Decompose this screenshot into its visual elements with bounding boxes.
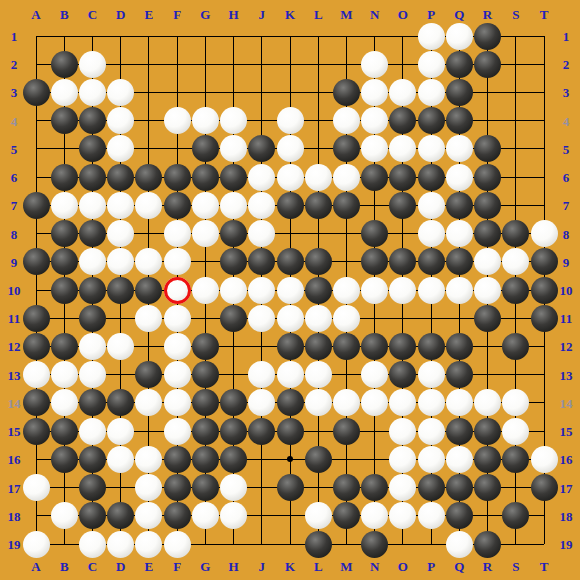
stone-white[interactable] — [531, 446, 558, 473]
stone-black[interactable] — [531, 305, 558, 332]
stone-white[interactable] — [164, 418, 191, 445]
stone-white[interactable] — [418, 135, 445, 162]
stone-black[interactable] — [277, 333, 304, 360]
row-label-right: 6 — [563, 171, 570, 184]
col-label-bottom: E — [145, 560, 154, 573]
stone-white[interactable] — [418, 51, 445, 78]
col-label-bottom: A — [31, 560, 40, 573]
stone-black[interactable] — [23, 389, 50, 416]
stone-white[interactable] — [192, 192, 219, 219]
row-label-right: 1 — [563, 30, 570, 43]
stone-black[interactable] — [446, 107, 473, 134]
col-label-bottom: J — [259, 560, 266, 573]
col-label-bottom: L — [314, 560, 323, 573]
stone-black[interactable] — [79, 474, 106, 501]
stone-white[interactable] — [192, 107, 219, 134]
stone-black[interactable] — [192, 164, 219, 191]
stone-black[interactable] — [474, 220, 501, 247]
stone-white[interactable] — [277, 361, 304, 388]
col-label-bottom: G — [200, 560, 210, 573]
row-label-right: 11 — [560, 312, 572, 325]
col-label-top: G — [200, 8, 210, 21]
row-label-left: 7 — [11, 199, 18, 212]
stone-white[interactable] — [277, 135, 304, 162]
row-label-left: 9 — [11, 255, 18, 268]
stone-white[interactable] — [107, 220, 134, 247]
row-label-left: 14 — [8, 396, 21, 409]
row-label-right: 18 — [560, 509, 573, 522]
stone-black[interactable] — [446, 474, 473, 501]
stone-white[interactable] — [248, 277, 275, 304]
col-label-top: D — [116, 8, 125, 21]
stone-black[interactable] — [474, 192, 501, 219]
stone-white[interactable] — [446, 277, 473, 304]
stone-black[interactable] — [333, 502, 360, 529]
stone-white[interactable] — [248, 305, 275, 332]
stone-white[interactable] — [51, 192, 78, 219]
col-label-bottom: N — [370, 560, 379, 573]
stone-white[interactable] — [361, 79, 388, 106]
row-label-right: 10 — [560, 284, 573, 297]
stone-black[interactable] — [474, 305, 501, 332]
stone-white[interactable] — [418, 418, 445, 445]
stone-white[interactable] — [135, 446, 162, 473]
row-label-left: 5 — [11, 142, 18, 155]
stone-black[interactable] — [446, 418, 473, 445]
stone-white[interactable] — [305, 502, 332, 529]
col-label-bottom: K — [285, 560, 295, 573]
stone-black[interactable] — [418, 164, 445, 191]
stone-black[interactable] — [220, 305, 247, 332]
stone-white[interactable] — [79, 333, 106, 360]
stone-white[interactable] — [107, 79, 134, 106]
row-label-left: 1 — [11, 30, 18, 43]
stone-black[interactable] — [79, 220, 106, 247]
stone-white[interactable] — [164, 248, 191, 275]
row-label-right: 3 — [563, 86, 570, 99]
stone-white[interactable] — [23, 361, 50, 388]
stone-white[interactable] — [418, 220, 445, 247]
stone-white[interactable] — [79, 51, 106, 78]
stone-white[interactable] — [135, 305, 162, 332]
col-label-bottom: B — [60, 560, 69, 573]
stone-black[interactable] — [220, 220, 247, 247]
col-label-top: C — [88, 8, 97, 21]
col-label-bottom: R — [483, 560, 492, 573]
stone-black[interactable] — [333, 333, 360, 360]
stone-black[interactable] — [192, 446, 219, 473]
stone-black[interactable] — [220, 418, 247, 445]
stone-black[interactable] — [192, 389, 219, 416]
stone-black[interactable] — [51, 220, 78, 247]
row-label-left: 15 — [8, 425, 21, 438]
stone-black[interactable] — [164, 474, 191, 501]
stone-black[interactable] — [192, 361, 219, 388]
stone-black[interactable] — [305, 192, 332, 219]
row-label-right: 12 — [560, 340, 573, 353]
col-label-top: J — [259, 8, 266, 21]
stone-white[interactable] — [51, 502, 78, 529]
stone-black[interactable] — [474, 446, 501, 473]
stone-black[interactable] — [502, 333, 529, 360]
stone-black[interactable] — [51, 446, 78, 473]
stone-black[interactable] — [192, 135, 219, 162]
stone-white[interactable] — [79, 361, 106, 388]
row-label-right: 7 — [563, 199, 570, 212]
stone-white[interactable] — [418, 23, 445, 50]
col-label-top: O — [398, 8, 408, 21]
stone-white[interactable] — [248, 192, 275, 219]
stone-white[interactable] — [248, 164, 275, 191]
stone-black[interactable] — [418, 248, 445, 275]
stone-white[interactable] — [220, 277, 247, 304]
stone-black[interactable] — [79, 502, 106, 529]
stone-black[interactable] — [446, 51, 473, 78]
stone-white[interactable] — [531, 220, 558, 247]
stone-white[interactable] — [305, 305, 332, 332]
col-label-top: P — [427, 8, 435, 21]
stone-white[interactable] — [277, 107, 304, 134]
stone-black[interactable] — [446, 192, 473, 219]
stone-white[interactable] — [446, 446, 473, 473]
stone-white[interactable] — [220, 192, 247, 219]
stone-black[interactable] — [23, 305, 50, 332]
stone-white[interactable] — [389, 418, 416, 445]
stone-white[interactable] — [446, 164, 473, 191]
stone-black[interactable] — [305, 248, 332, 275]
stone-black[interactable] — [418, 474, 445, 501]
stone-black[interactable] — [164, 192, 191, 219]
col-label-top: K — [285, 8, 295, 21]
stone-white[interactable] — [277, 305, 304, 332]
stone-white[interactable] — [164, 361, 191, 388]
stone-black[interactable] — [192, 418, 219, 445]
stone-black[interactable] — [361, 220, 388, 247]
stone-black[interactable] — [446, 79, 473, 106]
row-label-left: 8 — [11, 227, 18, 240]
stone-black[interactable] — [418, 333, 445, 360]
stone-black[interactable] — [277, 192, 304, 219]
stone-black[interactable] — [446, 248, 473, 275]
col-label-top: L — [314, 8, 323, 21]
stone-black[interactable] — [474, 164, 501, 191]
stone-black[interactable] — [502, 277, 529, 304]
stone-black[interactable] — [305, 277, 332, 304]
col-label-top: M — [340, 8, 352, 21]
stone-white[interactable] — [23, 474, 50, 501]
stone-white[interactable] — [389, 446, 416, 473]
stone-black[interactable] — [79, 305, 106, 332]
stone-black[interactable] — [305, 531, 332, 558]
stone-black[interactable] — [79, 164, 106, 191]
stone-white[interactable] — [164, 107, 191, 134]
stone-white[interactable] — [192, 277, 219, 304]
stone-black[interactable] — [389, 164, 416, 191]
stone-white[interactable] — [79, 531, 106, 558]
stone-black[interactable] — [361, 164, 388, 191]
stone-white[interactable] — [389, 277, 416, 304]
row-label-right: 14 — [560, 396, 573, 409]
stone-white[interactable] — [107, 418, 134, 445]
stone-black[interactable] — [23, 248, 50, 275]
stone-black[interactable] — [333, 474, 360, 501]
stone-black[interactable] — [23, 192, 50, 219]
stone-black[interactable] — [531, 248, 558, 275]
stone-black[interactable] — [446, 333, 473, 360]
col-label-top: S — [512, 8, 519, 21]
stone-white[interactable] — [23, 531, 50, 558]
stone-black[interactable] — [305, 446, 332, 473]
stone-black[interactable] — [418, 107, 445, 134]
stone-black[interactable] — [220, 164, 247, 191]
col-label-bottom: Q — [454, 560, 464, 573]
stone-white[interactable] — [418, 361, 445, 388]
col-label-top: R — [483, 8, 492, 21]
stone-black[interactable] — [531, 277, 558, 304]
stone-black[interactable] — [361, 333, 388, 360]
stone-black[interactable] — [51, 107, 78, 134]
row-label-right: 8 — [563, 227, 570, 240]
col-label-top: N — [370, 8, 379, 21]
col-label-top: B — [60, 8, 69, 21]
stone-white[interactable] — [107, 531, 134, 558]
stone-black[interactable] — [389, 192, 416, 219]
stone-white[interactable] — [418, 446, 445, 473]
stone-black[interactable] — [192, 333, 219, 360]
stone-white[interactable] — [79, 418, 106, 445]
stone-white[interactable] — [333, 277, 360, 304]
row-label-right: 9 — [563, 255, 570, 268]
row-label-left: 18 — [8, 509, 21, 522]
stone-white[interactable] — [51, 361, 78, 388]
stone-white[interactable] — [135, 192, 162, 219]
col-label-top: T — [540, 8, 549, 21]
stone-black[interactable] — [135, 277, 162, 304]
stone-white[interactable] — [446, 389, 473, 416]
last-move-marker — [164, 277, 191, 304]
stone-white[interactable] — [107, 446, 134, 473]
col-label-top: H — [228, 8, 238, 21]
stone-black[interactable] — [23, 333, 50, 360]
stone-black[interactable] — [164, 502, 191, 529]
stone-black[interactable] — [51, 164, 78, 191]
stone-black[interactable] — [107, 164, 134, 191]
row-label-left: 17 — [8, 481, 21, 494]
stone-black[interactable] — [79, 107, 106, 134]
stone-white[interactable] — [305, 164, 332, 191]
stone-black[interactable] — [474, 474, 501, 501]
row-label-left: 11 — [8, 312, 20, 325]
stone-black[interactable] — [277, 418, 304, 445]
row-label-right: 19 — [560, 538, 573, 551]
col-label-bottom: D — [116, 560, 125, 573]
stone-white[interactable] — [277, 164, 304, 191]
stone-black[interactable] — [164, 164, 191, 191]
stone-white[interactable] — [474, 277, 501, 304]
stone-black[interactable] — [135, 164, 162, 191]
stone-white[interactable] — [164, 305, 191, 332]
stone-black[interactable] — [51, 333, 78, 360]
stone-black[interactable] — [248, 418, 275, 445]
stone-black[interactable] — [474, 51, 501, 78]
stone-black[interactable] — [79, 277, 106, 304]
stone-black[interactable] — [164, 446, 191, 473]
stone-black[interactable] — [333, 418, 360, 445]
stone-white[interactable] — [361, 277, 388, 304]
stone-black[interactable] — [277, 248, 304, 275]
row-label-right: 4 — [563, 114, 570, 127]
col-label-bottom: O — [398, 560, 408, 573]
stone-black[interactable] — [107, 277, 134, 304]
stone-black[interactable] — [531, 474, 558, 501]
stone-black[interactable] — [502, 446, 529, 473]
stone-black[interactable] — [51, 51, 78, 78]
stone-white[interactable] — [164, 531, 191, 558]
row-label-left: 4 — [11, 114, 18, 127]
stone-black[interactable] — [474, 418, 501, 445]
stone-white[interactable] — [305, 389, 332, 416]
stone-black[interactable] — [361, 474, 388, 501]
row-label-right: 13 — [560, 368, 573, 381]
go-board[interactable]: AABBCCDDEEFFGGHHJJKKLLMMNNOOPPQQRRSSTT11… — [0, 0, 580, 580]
stone-white[interactable] — [446, 23, 473, 50]
col-label-top: A — [31, 8, 40, 21]
stone-white[interactable] — [51, 79, 78, 106]
col-label-bottom: P — [427, 560, 435, 573]
stone-white[interactable] — [277, 277, 304, 304]
row-label-left: 13 — [8, 368, 21, 381]
stone-black[interactable] — [333, 79, 360, 106]
stone-white[interactable] — [502, 418, 529, 445]
row-label-left: 6 — [11, 171, 18, 184]
row-label-left: 19 — [8, 538, 21, 551]
stone-white[interactable] — [418, 192, 445, 219]
row-label-left: 10 — [8, 284, 21, 297]
stone-white[interactable] — [333, 305, 360, 332]
stone-white[interactable] — [446, 531, 473, 558]
row-label-right: 16 — [560, 453, 573, 466]
col-label-bottom: H — [228, 560, 238, 573]
stone-black[interactable] — [333, 192, 360, 219]
stone-white[interactable] — [446, 135, 473, 162]
stone-black[interactable] — [277, 389, 304, 416]
stone-black[interactable] — [220, 446, 247, 473]
stone-white[interactable] — [418, 79, 445, 106]
stone-black[interactable] — [23, 418, 50, 445]
stone-white[interactable] — [418, 502, 445, 529]
row-label-left: 2 — [11, 58, 18, 71]
row-label-left: 3 — [11, 86, 18, 99]
col-label-bottom: T — [540, 560, 549, 573]
stone-white[interactable] — [361, 51, 388, 78]
stone-black[interactable] — [446, 361, 473, 388]
stone-white[interactable] — [446, 220, 473, 247]
col-label-bottom: M — [340, 560, 352, 573]
row-label-right: 5 — [563, 142, 570, 155]
stone-white[interactable] — [192, 502, 219, 529]
stone-white[interactable] — [107, 333, 134, 360]
col-label-top: E — [145, 8, 154, 21]
col-label-bottom: C — [88, 560, 97, 573]
row-label-left: 12 — [8, 340, 21, 353]
stone-black[interactable] — [79, 446, 106, 473]
stone-white[interactable] — [164, 333, 191, 360]
stone-black[interactable] — [51, 248, 78, 275]
stone-white[interactable] — [333, 164, 360, 191]
stone-black[interactable] — [361, 531, 388, 558]
stone-black[interactable] — [51, 418, 78, 445]
row-label-right: 15 — [560, 425, 573, 438]
stone-black[interactable] — [446, 502, 473, 529]
stone-white[interactable] — [107, 192, 134, 219]
stone-white[interactable] — [164, 220, 191, 247]
col-label-bottom: S — [512, 560, 519, 573]
stone-black[interactable] — [474, 531, 501, 558]
stone-white[interactable] — [192, 220, 219, 247]
stone-black[interactable] — [23, 79, 50, 106]
stone-white[interactable] — [220, 474, 247, 501]
row-label-right: 17 — [560, 481, 573, 494]
col-label-top: Q — [454, 8, 464, 21]
col-label-bottom: F — [173, 560, 181, 573]
stone-white[interactable] — [164, 389, 191, 416]
stone-white[interactable] — [51, 389, 78, 416]
stone-white[interactable] — [305, 361, 332, 388]
stone-white[interactable] — [333, 107, 360, 134]
stone-white[interactable] — [79, 248, 106, 275]
col-label-top: F — [173, 8, 181, 21]
stone-black[interactable] — [474, 23, 501, 50]
stone-white[interactable] — [220, 107, 247, 134]
row-label-right: 2 — [563, 58, 570, 71]
stone-white[interactable] — [135, 531, 162, 558]
stone-white[interactable] — [79, 192, 106, 219]
stone-black[interactable] — [277, 474, 304, 501]
stone-white[interactable] — [79, 79, 106, 106]
stone-black[interactable] — [51, 277, 78, 304]
stone-white[interactable] — [418, 389, 445, 416]
row-label-left: 16 — [8, 453, 21, 466]
stone-black[interactable] — [192, 474, 219, 501]
stone-black[interactable] — [305, 333, 332, 360]
stone-white[interactable] — [418, 277, 445, 304]
